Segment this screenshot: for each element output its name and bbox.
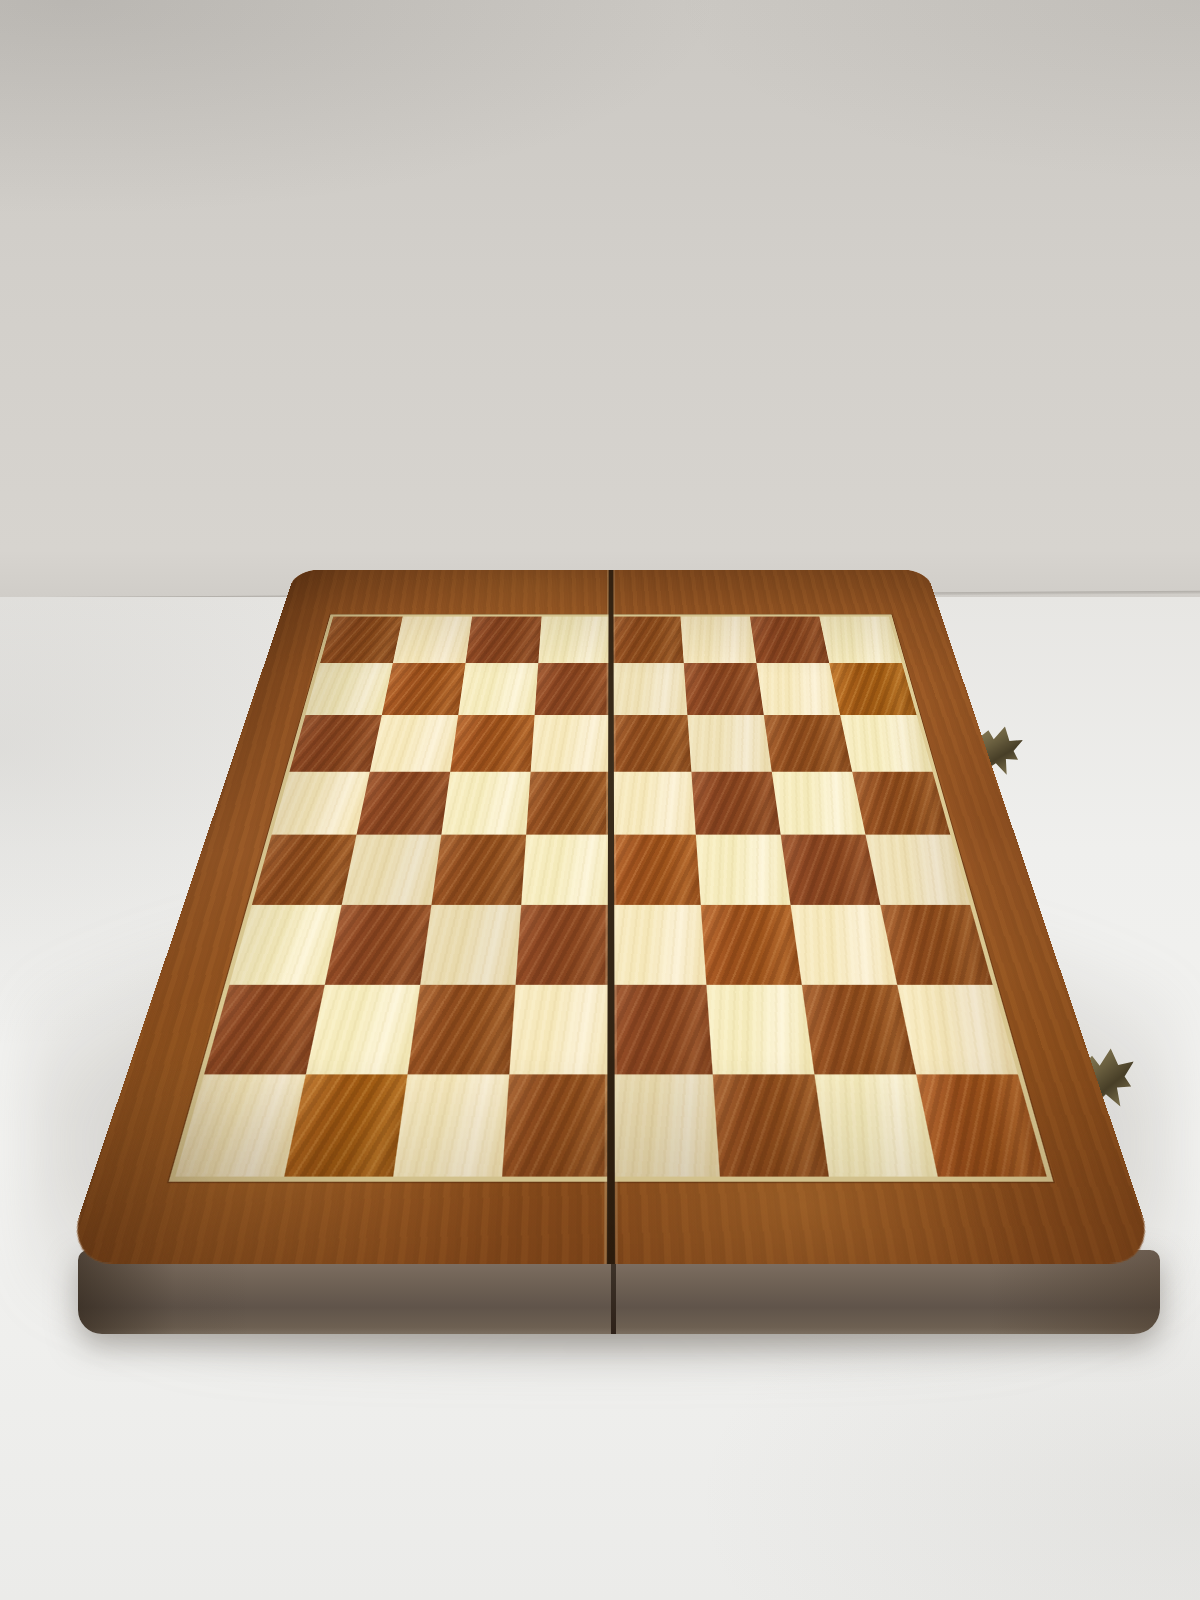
square-r6c6[interactable] xyxy=(701,905,802,984)
square-r7c6[interactable] xyxy=(706,984,814,1074)
square-r2c6[interactable] xyxy=(684,663,764,714)
square-r4c8[interactable] xyxy=(852,772,950,835)
square-r5c5[interactable] xyxy=(611,835,701,905)
square-r3c3[interactable] xyxy=(450,715,534,772)
scene xyxy=(0,0,1200,1600)
square-r2c2[interactable] xyxy=(382,663,466,714)
square-r2c4[interactable] xyxy=(535,663,611,714)
square-r8c3[interactable] xyxy=(393,1074,509,1177)
square-r1c4[interactable] xyxy=(538,617,611,664)
square-r4c2[interactable] xyxy=(357,772,451,835)
square-r5c3[interactable] xyxy=(431,835,526,905)
square-r8c4[interactable] xyxy=(502,1074,611,1177)
square-r7c1[interactable] xyxy=(204,984,325,1074)
square-r1c2[interactable] xyxy=(393,617,472,664)
square-r3c4[interactable] xyxy=(531,715,611,772)
square-r7c5[interactable] xyxy=(611,984,713,1074)
square-r3c5[interactable] xyxy=(611,715,691,772)
square-r1c7[interactable] xyxy=(750,617,829,664)
square-r6c4[interactable] xyxy=(516,905,611,984)
square-r7c8[interactable] xyxy=(897,984,1018,1074)
square-r7c7[interactable] xyxy=(802,984,916,1074)
square-r1c6[interactable] xyxy=(680,617,756,664)
square-r3c2[interactable] xyxy=(370,715,458,772)
square-r3c7[interactable] xyxy=(764,715,852,772)
square-r2c5[interactable] xyxy=(611,663,687,714)
square-r6c1[interactable] xyxy=(230,905,342,984)
square-r6c5[interactable] xyxy=(611,905,706,984)
square-r1c3[interactable] xyxy=(466,617,542,664)
square-r5c6[interactable] xyxy=(696,835,791,905)
square-r3c8[interactable] xyxy=(840,715,932,772)
square-r2c3[interactable] xyxy=(458,663,538,714)
square-r4c3[interactable] xyxy=(441,772,530,835)
square-r8c2[interactable] xyxy=(284,1074,407,1177)
wall xyxy=(0,0,1200,598)
square-r4c5[interactable] xyxy=(611,772,696,835)
square-r7c2[interactable] xyxy=(306,984,420,1074)
square-r5c8[interactable] xyxy=(865,835,970,905)
square-r4c4[interactable] xyxy=(526,772,611,835)
square-r4c6[interactable] xyxy=(691,772,780,835)
square-r4c1[interactable] xyxy=(272,772,370,835)
square-r2c7[interactable] xyxy=(756,663,840,714)
square-r8c8[interactable] xyxy=(916,1074,1047,1177)
square-r5c7[interactable] xyxy=(781,835,881,905)
square-r6c2[interactable] xyxy=(325,905,432,984)
square-r8c6[interactable] xyxy=(713,1074,829,1177)
square-r4c7[interactable] xyxy=(772,772,866,835)
square-r1c8[interactable] xyxy=(819,617,902,664)
square-r6c3[interactable] xyxy=(420,905,521,984)
square-r3c1[interactable] xyxy=(290,715,382,772)
square-r7c4[interactable] xyxy=(509,984,611,1074)
square-r2c8[interactable] xyxy=(829,663,916,714)
square-r6c7[interactable] xyxy=(791,905,898,984)
square-r5c2[interactable] xyxy=(342,835,442,905)
square-r7c3[interactable] xyxy=(408,984,516,1074)
square-r2c1[interactable] xyxy=(306,663,393,714)
square-r3c6[interactable] xyxy=(687,715,771,772)
square-r5c1[interactable] xyxy=(252,835,357,905)
square-r6c8[interactable] xyxy=(880,905,992,984)
square-r1c5[interactable] xyxy=(611,617,684,664)
square-r5c4[interactable] xyxy=(521,835,611,905)
square-r8c5[interactable] xyxy=(611,1074,720,1177)
square-r1c1[interactable] xyxy=(320,617,403,664)
